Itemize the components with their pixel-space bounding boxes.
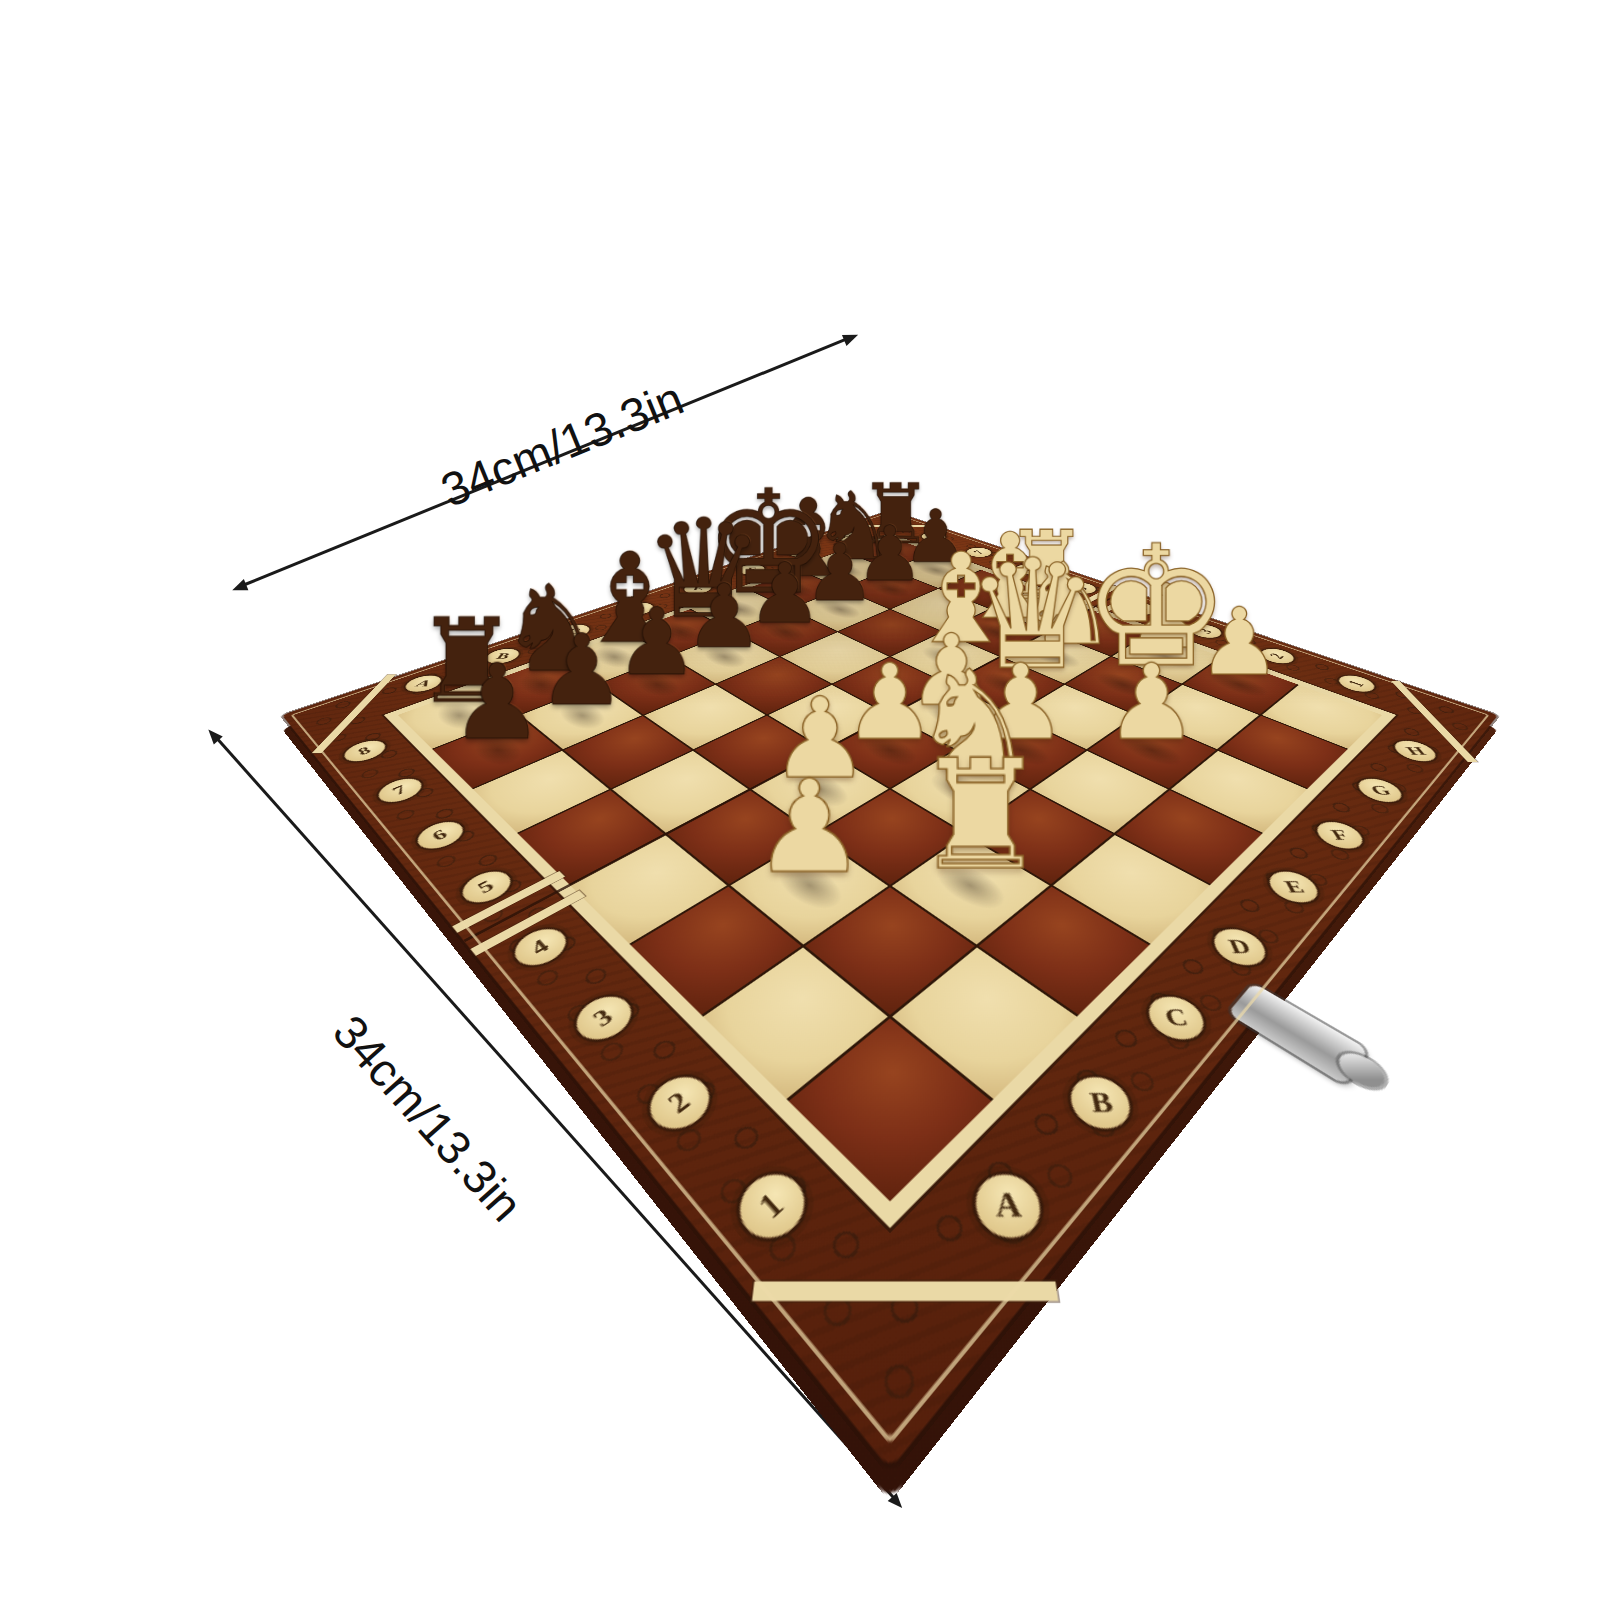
coordinate-label: G [795,550,807,555]
file-medallion-left-D: D [620,600,659,617]
file-medallion-left-F: F [734,562,770,576]
coordinate-label: H [1402,745,1428,756]
coordinate-label: 8 [926,534,940,539]
rank-medallion-front-3: 3 [567,988,641,1048]
corner-inlay-stripe [1391,681,1477,762]
file-medallion-right-F: F [1311,817,1369,855]
file-medallion-right-C: C [1139,988,1213,1048]
file-medallion-left-H: H [830,531,863,543]
rank-medallion-back-6: 6 [1010,562,1046,576]
rank-medallion-back-2: 2 [1255,646,1298,666]
coordinate-label: A [994,1187,1024,1222]
coordinate-label: C [1162,1005,1191,1029]
rank-medallion-back-4: 4 [1121,600,1160,617]
coordinate-label: B [1087,1088,1115,1117]
coordinate-label: A [413,679,434,688]
file-medallion-right-D: D [1206,922,1274,973]
coordinate-label: 8 [356,745,374,757]
arrowhead-icon [230,579,248,596]
corner-inlay-stripe [312,674,396,753]
coordinate-label: 5 [475,877,498,895]
coordinate-label: E [1281,878,1307,895]
coordinate-label: C [566,627,582,634]
squares-grid [384,533,1397,1228]
arrowhead-icon [888,1493,907,1512]
rank-medallion-front-1: 1 [727,1162,817,1251]
coordinate-label: 3 [1196,627,1215,635]
file-medallion-left-A: A [401,672,446,695]
file-medallion-right-A: A [963,1162,1053,1251]
coordinate-label: 1 [754,1186,790,1223]
corner-inlay-stripe [752,1281,1058,1301]
board-plane: 1122334455667788AABBCCDDEEFFGGHH ♜♞♝♛♚♝♞… [282,510,1498,1470]
product-photo-canvas: 34cm/13.3in 34cm/13.3in 1122334455667788… [0,0,1601,1601]
coordinate-label: F [747,567,757,573]
coordinate-label: 4 [1132,605,1150,612]
coordinate-label: E [692,585,704,591]
file-medallion-right-B: B [1060,1067,1141,1140]
coordinate-label: 4 [528,936,553,957]
coordinate-label: 7 [390,783,409,797]
coordinate-label: F [1328,827,1352,842]
rank-medallion-back-7: 7 [962,546,996,559]
file-medallion-left-G: G [784,546,818,559]
coordinate-label: G [1367,784,1394,797]
file-medallion-right-G: G [1353,774,1407,807]
seam-inlay-stripe [470,891,585,956]
rank-medallion-front-8: 8 [339,737,390,766]
file-medallion-left-C: C [554,622,595,640]
corner-inlay-stripe [836,525,936,527]
coordinate-label: 6 [1020,566,1036,572]
rank-medallion-back-3: 3 [1185,622,1226,640]
coordinate-label: 1 [1345,679,1367,689]
coordinate-label: B [494,652,512,660]
coordinate-label: 2 [664,1087,696,1117]
coordinate-label: 5 [1074,585,1091,591]
rank-medallion-back-8: 8 [917,531,950,543]
coordinate-label: 2 [1267,652,1287,661]
coordinate-label: 6 [430,827,451,843]
coordinate-label: D [632,605,647,612]
chess-set: 1122334455667788AABBCCDDEEFFGGHH ♜♞♝♛♚♝♞… [460,285,1320,1145]
file-medallion-right-E: E [1262,865,1325,908]
arrowhead-icon [204,725,223,744]
clasp-knob-icon [1333,1047,1390,1095]
coordinate-label: D [1226,936,1254,956]
rank-medallion-front-7: 7 [373,774,427,807]
file-medallion-left-E: E [679,581,716,596]
coordinate-label: 3 [590,1005,618,1030]
file-medallion-left-B: B [482,646,525,666]
file-medallion-right-H: H [1390,737,1441,766]
coordinate-label: 7 [971,550,986,555]
seam-inlay-stripe [452,871,565,933]
rank-medallion-front-6: 6 [411,817,469,855]
rank-medallion-front-2: 2 [639,1067,720,1140]
coordinate-label: H [841,534,852,539]
rank-medallion-back-1: 1 [1333,672,1378,695]
